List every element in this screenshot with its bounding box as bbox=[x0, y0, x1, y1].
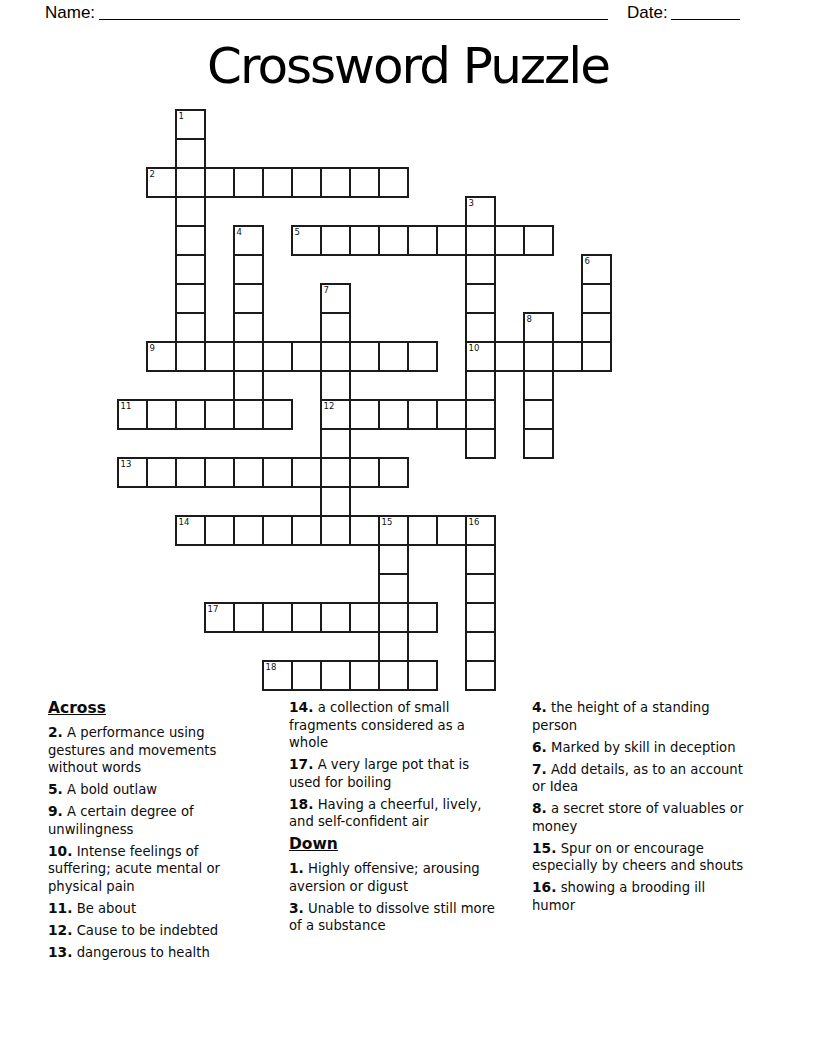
grid-cell-r4c4[interactable]: 4 bbox=[233, 225, 264, 256]
grid-cell-r12c3[interactable] bbox=[204, 457, 235, 488]
clue-down-1: 1. Highly offensive; arousing aversion o… bbox=[289, 860, 505, 895]
grid-cell-r3c12[interactable]: 3 bbox=[465, 196, 496, 227]
grid-cell-r16c9[interactable] bbox=[378, 573, 409, 604]
clue-number: 14. bbox=[289, 699, 313, 715]
cell-number-7: 7 bbox=[324, 285, 329, 295]
grid-cell-r13c7[interactable] bbox=[320, 486, 351, 517]
grid-cell-r12c6[interactable] bbox=[291, 457, 322, 488]
grid-cell-r14c8[interactable] bbox=[349, 515, 380, 546]
clue-number: 16. bbox=[532, 879, 556, 895]
clue-number: 8. bbox=[532, 800, 547, 816]
grid-cell-r10c14[interactable] bbox=[523, 399, 554, 430]
grid-cell-r12c2[interactable] bbox=[175, 457, 206, 488]
cell-number-17: 17 bbox=[208, 604, 219, 614]
clue-text: A very large pot that is used for boilin… bbox=[289, 757, 469, 790]
grid-cell-r17c12[interactable] bbox=[465, 602, 496, 633]
grid-cell-r12c0[interactable]: 13 bbox=[117, 457, 148, 488]
grid-cell-r12c8[interactable] bbox=[349, 457, 380, 488]
grid-cell-r14c2[interactable]: 14 bbox=[175, 515, 206, 546]
grid-cell-r2c4[interactable] bbox=[233, 167, 264, 198]
grid-cell-r5c2[interactable] bbox=[175, 254, 206, 285]
grid-cell-r10c11[interactable] bbox=[436, 399, 467, 430]
grid-cell-r6c2[interactable] bbox=[175, 283, 206, 314]
grid-cell-r12c7[interactable] bbox=[320, 457, 351, 488]
grid-cell-r14c7[interactable] bbox=[320, 515, 351, 546]
grid-cell-r2c6[interactable] bbox=[291, 167, 322, 198]
clue-text: showing a brooding ill humor bbox=[532, 880, 705, 913]
grid-cell-r19c7[interactable] bbox=[320, 660, 351, 691]
grid-cell-r2c3[interactable] bbox=[204, 167, 235, 198]
clue-text: Unable to dissolve still more of a subst… bbox=[289, 901, 495, 934]
cell-number-14: 14 bbox=[179, 517, 190, 527]
cell-number-9: 9 bbox=[150, 343, 155, 353]
grid-cell-r8c2[interactable] bbox=[175, 341, 206, 372]
clue-across-17: 17. A very large pot that is used for bo… bbox=[289, 756, 505, 791]
crossword-grid: 123456789101112131415161718 bbox=[118, 110, 611, 690]
name-fill-line bbox=[99, 2, 608, 20]
clue-text: Intense feelings of suffering; acute men… bbox=[48, 844, 220, 894]
clue-number: 12. bbox=[48, 922, 72, 938]
grid-cell-r10c2[interactable] bbox=[175, 399, 206, 430]
grid-cell-r10c10[interactable] bbox=[407, 399, 438, 430]
cell-number-4: 4 bbox=[237, 227, 242, 237]
clue-text: Cause to be indebted bbox=[77, 923, 218, 938]
cell-number-15: 15 bbox=[382, 517, 393, 527]
grid-cell-r17c6[interactable] bbox=[291, 602, 322, 633]
grid-cell-r10c12[interactable] bbox=[465, 399, 496, 430]
clue-number: 17. bbox=[289, 756, 313, 772]
grid-cell-r2c5[interactable] bbox=[262, 167, 293, 198]
grid-cell-r8c10[interactable] bbox=[407, 341, 438, 372]
clue-text: Add details, as to an account or Idea bbox=[532, 762, 743, 795]
grid-cell-r4c2[interactable] bbox=[175, 225, 206, 256]
clue-number: 2. bbox=[48, 724, 63, 740]
grid-cell-r19c8[interactable] bbox=[349, 660, 380, 691]
cell-number-1: 1 bbox=[179, 111, 184, 121]
clue-down-8: 8. a secret store of valuables or money bbox=[532, 800, 748, 835]
clue-across-10: 10. Intense feelings of suffering; acute… bbox=[48, 843, 250, 896]
date-fill-line bbox=[671, 2, 740, 20]
grid-cell-r4c7[interactable] bbox=[320, 225, 351, 256]
grid-cell-r4c8[interactable] bbox=[349, 225, 380, 256]
grid-cell-r4c9[interactable] bbox=[378, 225, 409, 256]
clues-header-across: Across bbox=[48, 699, 250, 718]
grid-cell-r7c4[interactable] bbox=[233, 312, 264, 343]
grid-cell-r19c6[interactable] bbox=[291, 660, 322, 691]
clue-text: Marked by skill in deception bbox=[551, 740, 735, 755]
clue-text: dangerous to health bbox=[77, 945, 210, 960]
grid-cell-r10c8[interactable] bbox=[349, 399, 380, 430]
grid-cell-r8c15[interactable] bbox=[552, 341, 583, 372]
grid-cell-r11c14[interactable] bbox=[523, 428, 554, 459]
clue-down-15: 15. Spur on or encourage especially by c… bbox=[532, 840, 748, 875]
clue-text: Spur on or encourage especially by cheer… bbox=[532, 841, 743, 874]
clue-number: 7. bbox=[532, 761, 547, 777]
cell-number-12: 12 bbox=[324, 401, 335, 411]
cell-number-8: 8 bbox=[527, 314, 532, 324]
clue-number: 11. bbox=[48, 900, 72, 916]
clue-down-16: 16. showing a brooding ill humor bbox=[532, 879, 748, 914]
clues-column-1: Across2. A performance using gestures an… bbox=[48, 699, 250, 966]
clue-number: 9. bbox=[48, 803, 63, 819]
clue-across-5: 5. A bold outlaw bbox=[48, 781, 250, 799]
worksheet-page: Name: Date: Crossword Puzzle 12345678910… bbox=[0, 0, 816, 1056]
grid-cell-r14c3[interactable] bbox=[204, 515, 235, 546]
clues-column-3: 4. the height of a standing person6. Mar… bbox=[532, 699, 748, 919]
grid-cell-r7c16[interactable] bbox=[581, 312, 612, 343]
grid-cell-r8c12[interactable]: 10 bbox=[465, 341, 496, 372]
grid-cell-r7c7[interactable] bbox=[320, 312, 351, 343]
grid-cell-r10c3[interactable] bbox=[204, 399, 235, 430]
grid-cell-r7c12[interactable] bbox=[465, 312, 496, 343]
clues-column-2: 14. a collection of small fragments cons… bbox=[289, 699, 505, 939]
grid-cell-r5c12[interactable] bbox=[465, 254, 496, 285]
grid-cell-r17c10[interactable] bbox=[407, 602, 438, 633]
grid-cell-r10c4[interactable] bbox=[233, 399, 264, 430]
clue-across-9: 9. A certain degree of unwilingness bbox=[48, 803, 250, 838]
grid-cell-r0c2[interactable]: 1 bbox=[175, 109, 206, 140]
clue-across-12: 12. Cause to be indebted bbox=[48, 922, 250, 940]
grid-cell-r15c12[interactable] bbox=[465, 544, 496, 575]
grid-cell-r6c7[interactable]: 7 bbox=[320, 283, 351, 314]
grid-cell-r7c14[interactable]: 8 bbox=[523, 312, 554, 343]
grid-cell-r4c11[interactable] bbox=[436, 225, 467, 256]
grid-cell-r6c4[interactable] bbox=[233, 283, 264, 314]
grid-cell-r17c3[interactable]: 17 bbox=[204, 602, 235, 633]
grid-cell-r17c5[interactable] bbox=[262, 602, 293, 633]
grid-cell-r12c4[interactable] bbox=[233, 457, 264, 488]
grid-cell-r14c9[interactable]: 15 bbox=[378, 515, 409, 546]
clue-text: the height of a standing person bbox=[532, 700, 710, 733]
grid-cell-r8c7[interactable] bbox=[320, 341, 351, 372]
grid-cell-r8c14[interactable] bbox=[523, 341, 554, 372]
grid-cell-r8c3[interactable] bbox=[204, 341, 235, 372]
grid-cell-r5c16[interactable]: 6 bbox=[581, 254, 612, 285]
cell-number-13: 13 bbox=[121, 459, 132, 469]
clue-across-14: 14. a collection of small fragments cons… bbox=[289, 699, 505, 752]
grid-cell-r4c10[interactable] bbox=[407, 225, 438, 256]
clue-number: 4. bbox=[532, 699, 547, 715]
grid-cell-r12c5[interactable] bbox=[262, 457, 293, 488]
grid-cell-r2c9[interactable] bbox=[378, 167, 409, 198]
cell-number-3: 3 bbox=[469, 198, 474, 208]
grid-cell-r8c9[interactable] bbox=[378, 341, 409, 372]
grid-cell-r4c12[interactable] bbox=[465, 225, 496, 256]
clue-number: 13. bbox=[48, 944, 72, 960]
grid-cell-r14c12[interactable]: 16 bbox=[465, 515, 496, 546]
clue-text: Be about bbox=[77, 901, 136, 916]
grid-cell-r2c2[interactable] bbox=[175, 167, 206, 198]
grid-cell-r19c9[interactable] bbox=[378, 660, 409, 691]
clue-number: 15. bbox=[532, 840, 556, 856]
grid-cell-r10c9[interactable] bbox=[378, 399, 409, 430]
grid-cell-r4c14[interactable] bbox=[523, 225, 554, 256]
grid-cell-r10c5[interactable] bbox=[262, 399, 293, 430]
grid-cell-r8c16[interactable] bbox=[581, 341, 612, 372]
grid-cell-r6c16[interactable] bbox=[581, 283, 612, 314]
grid-cell-r14c4[interactable] bbox=[233, 515, 264, 546]
clue-text: a secret store of valuables or money bbox=[532, 801, 743, 834]
grid-cell-r15c9[interactable] bbox=[378, 544, 409, 575]
grid-cell-r8c6[interactable] bbox=[291, 341, 322, 372]
grid-cell-r4c13[interactable] bbox=[494, 225, 525, 256]
cell-number-18: 18 bbox=[266, 662, 277, 672]
grid-cell-r2c8[interactable] bbox=[349, 167, 380, 198]
grid-cell-r9c12[interactable] bbox=[465, 370, 496, 401]
grid-cell-r3c2[interactable] bbox=[175, 196, 206, 227]
clue-number: 5. bbox=[48, 781, 63, 797]
clue-text: Highly offensive; arousing aversion or d… bbox=[289, 861, 480, 894]
grid-cell-r18c12[interactable] bbox=[465, 631, 496, 662]
grid-cell-r9c7[interactable] bbox=[320, 370, 351, 401]
clue-across-2: 2. A performance using gestures and move… bbox=[48, 724, 250, 777]
cell-number-6: 6 bbox=[585, 256, 590, 266]
clue-text: Having a cheerful, lively, and self-conf… bbox=[289, 797, 482, 830]
grid-cell-r12c9[interactable] bbox=[378, 457, 409, 488]
grid-cell-r7c2[interactable] bbox=[175, 312, 206, 343]
grid-cell-r16c12[interactable] bbox=[465, 573, 496, 604]
clue-down-4: 4. the height of a standing person bbox=[532, 699, 748, 734]
clue-across-18: 18. Having a cheerful, lively, and self-… bbox=[289, 796, 505, 831]
grid-cell-r10c0[interactable]: 11 bbox=[117, 399, 148, 430]
grid-cell-r14c5[interactable] bbox=[262, 515, 293, 546]
clue-text: a collection of small fragments consider… bbox=[289, 700, 465, 750]
clue-number: 1. bbox=[289, 860, 304, 876]
grid-cell-r4c6[interactable]: 5 bbox=[291, 225, 322, 256]
clue-text: A performance using gestures and movemen… bbox=[48, 725, 216, 775]
grid-cell-r19c12[interactable] bbox=[465, 660, 496, 691]
grid-cell-r8c1[interactable]: 9 bbox=[146, 341, 177, 372]
grid-cell-r6c12[interactable] bbox=[465, 283, 496, 314]
cell-number-10: 10 bbox=[469, 343, 480, 353]
grid-cell-r14c6[interactable] bbox=[291, 515, 322, 546]
date-label: Date: bbox=[627, 3, 668, 23]
grid-cell-r19c10[interactable] bbox=[407, 660, 438, 691]
cell-number-16: 16 bbox=[469, 517, 480, 527]
grid-cell-r17c7[interactable] bbox=[320, 602, 351, 633]
clue-number: 10. bbox=[48, 843, 72, 859]
grid-cell-r17c9[interactable] bbox=[378, 602, 409, 633]
grid-cell-r5c4[interactable] bbox=[233, 254, 264, 285]
clue-down-3: 3. Unable to dissolve still more of a su… bbox=[289, 900, 505, 935]
grid-cell-r11c12[interactable] bbox=[465, 428, 496, 459]
grid-cell-r10c1[interactable] bbox=[146, 399, 177, 430]
clue-across-11: 11. Be about bbox=[48, 900, 250, 918]
clue-down-6: 6. Marked by skill in deception bbox=[532, 739, 748, 757]
grid-cell-r1c2[interactable] bbox=[175, 138, 206, 169]
clues-header-down: Down bbox=[289, 835, 505, 854]
grid-cell-r9c4[interactable] bbox=[233, 370, 264, 401]
name-label: Name: bbox=[45, 3, 95, 23]
grid-cell-r19c5[interactable]: 18 bbox=[262, 660, 293, 691]
grid-cell-r8c5[interactable] bbox=[262, 341, 293, 372]
grid-cell-r14c10[interactable] bbox=[407, 515, 438, 546]
grid-cell-r18c9[interactable] bbox=[378, 631, 409, 662]
clue-number: 6. bbox=[532, 739, 547, 755]
grid-cell-r8c8[interactable] bbox=[349, 341, 380, 372]
grid-cell-r2c7[interactable] bbox=[320, 167, 351, 198]
cell-number-11: 11 bbox=[121, 401, 132, 411]
grid-cell-r10c7[interactable]: 12 bbox=[320, 399, 351, 430]
cell-number-5: 5 bbox=[295, 227, 300, 237]
grid-cell-r11c7[interactable] bbox=[320, 428, 351, 459]
page-title: Crossword Puzzle bbox=[0, 41, 816, 91]
clue-text: A bold outlaw bbox=[67, 782, 157, 797]
clue-number: 18. bbox=[289, 796, 313, 812]
clue-down-7: 7. Add details, as to an account or Idea bbox=[532, 761, 748, 796]
grid-cell-r17c4[interactable] bbox=[233, 602, 264, 633]
grid-cell-r2c1[interactable]: 2 bbox=[146, 167, 177, 198]
grid-cell-r8c13[interactable] bbox=[494, 341, 525, 372]
grid-cell-r8c4[interactable] bbox=[233, 341, 264, 372]
clue-across-13: 13. dangerous to health bbox=[48, 944, 250, 962]
clue-number: 3. bbox=[289, 900, 304, 916]
cell-number-2: 2 bbox=[150, 169, 155, 179]
grid-cell-r12c1[interactable] bbox=[146, 457, 177, 488]
clue-text: A certain degree of unwilingness bbox=[48, 804, 194, 837]
grid-cell-r17c8[interactable] bbox=[349, 602, 380, 633]
grid-cell-r9c14[interactable] bbox=[523, 370, 554, 401]
grid-cell-r14c11[interactable] bbox=[436, 515, 467, 546]
